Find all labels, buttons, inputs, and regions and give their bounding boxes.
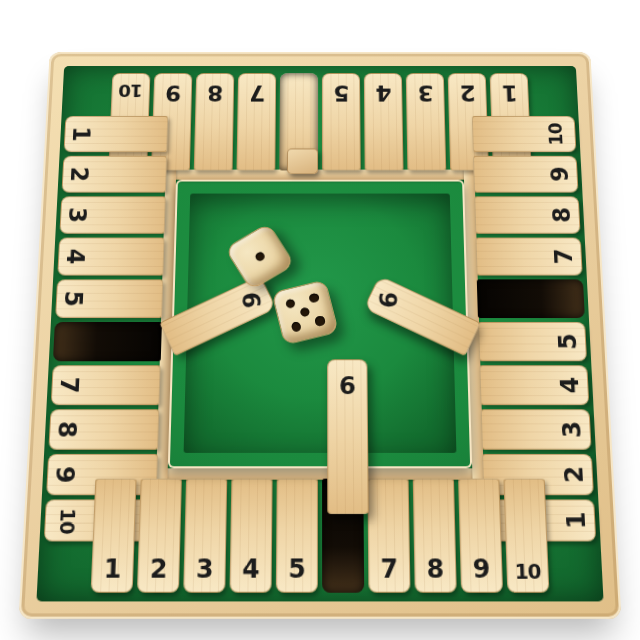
tile-number: 4 [242, 556, 260, 582]
slot-left-6-shut [53, 322, 162, 361]
tile-bottom-3[interactable]: 3 [183, 479, 227, 593]
tile-number: 4 [375, 82, 391, 103]
tile-number: 1 [501, 82, 518, 103]
tile-right-3[interactable]: 3 [481, 409, 592, 450]
tile-number: 8 [551, 207, 575, 223]
tile-number: 9 [549, 166, 573, 181]
tile-number: 1 [103, 556, 121, 582]
tile-top-6-shut-peg [287, 149, 318, 175]
scene: 1098754321 1234578910 1098754321 1234578… [0, 0, 640, 640]
tile-row-top: 1098754321 [108, 73, 531, 170]
tile-number: 5 [556, 333, 581, 349]
tile-number: 7 [380, 556, 398, 582]
tile-number: 2 [67, 166, 91, 181]
tile-number: 8 [207, 82, 223, 103]
tile-left-1[interactable]: 1 [64, 116, 169, 152]
tile-column-left: 1234578910 [44, 116, 168, 542]
tile-number: 2 [562, 466, 588, 483]
tile-top-5[interactable]: 5 [322, 73, 361, 170]
tile-column-right: 1098754321 [472, 116, 596, 542]
tile-number: 10 [119, 82, 143, 99]
die-pip [254, 251, 266, 262]
tile-number: 7 [57, 377, 82, 394]
tile-left-5[interactable]: 5 [55, 279, 163, 318]
tile-left-3[interactable]: 3 [59, 196, 165, 233]
die-pip [314, 316, 325, 327]
tile-bottom-6-flipped: 6 [327, 359, 369, 514]
tile-number: 1 [564, 512, 590, 530]
tile-number: 6 [376, 291, 401, 309]
tile-top-4[interactable]: 4 [364, 73, 404, 170]
tile-right-10[interactable]: 10 [472, 116, 577, 152]
tile-right-9[interactable]: 9 [473, 156, 578, 193]
tile-bottom-7[interactable]: 7 [367, 479, 410, 593]
tile-top-7[interactable]: 7 [236, 73, 276, 170]
tile-number: 9 [472, 556, 490, 582]
tile-bottom-4[interactable]: 4 [229, 479, 272, 593]
tile-right-8[interactable]: 8 [474, 196, 580, 233]
tile-number: 2 [149, 556, 167, 582]
tile-number: 5 [333, 82, 349, 103]
tile-number: 1 [69, 126, 93, 141]
tile-bottom-2[interactable]: 2 [137, 479, 182, 593]
slot-right-6-shut [477, 279, 585, 318]
tile-number: 5 [61, 291, 86, 307]
tile-right-7[interactable]: 7 [475, 238, 582, 276]
tile-number: 10 [56, 508, 77, 534]
tile-number: 6 [339, 374, 356, 398]
tile-left-7[interactable]: 7 [51, 365, 161, 405]
tile-left-8[interactable]: 8 [48, 409, 159, 450]
tile-left-4[interactable]: 4 [57, 238, 164, 276]
tile-number: 5 [288, 556, 306, 582]
tile-bottom-10[interactable]: 10 [503, 479, 549, 593]
tile-number: 4 [63, 249, 87, 265]
tile-row-bottom: 1234578910 [91, 479, 550, 593]
tile-bottom-1[interactable]: 1 [91, 479, 137, 593]
shut-the-box-board: 1098754321 1234578910 1098754321 1234578… [19, 52, 622, 619]
tile-number: 7 [249, 82, 265, 103]
tile-number: 9 [164, 82, 181, 103]
tile-number: 6 [239, 291, 264, 309]
die-pip [309, 292, 320, 303]
tile-number: 3 [417, 82, 433, 103]
tile-number: 8 [426, 556, 444, 582]
tile-number: 3 [65, 207, 89, 223]
die-pip [299, 307, 310, 318]
tile-number: 3 [196, 556, 214, 582]
tile-number: 2 [459, 82, 476, 103]
tile-top-8[interactable]: 8 [194, 73, 235, 170]
tile-number: 8 [54, 421, 79, 438]
tile-number: 3 [560, 421, 585, 438]
tile-bottom-9[interactable]: 9 [458, 479, 503, 593]
tile-right-5[interactable]: 5 [478, 322, 587, 361]
tile-left-2[interactable]: 2 [61, 156, 166, 193]
tile-number: 10 [545, 123, 564, 145]
tile-number: 9 [52, 466, 78, 483]
tile-number: 7 [552, 249, 576, 265]
tile-bottom-5[interactable]: 5 [276, 479, 318, 593]
tile-number: 4 [558, 377, 583, 394]
board-perspective-wrap: 1098754321 1234578910 1098754321 1234578… [19, 52, 622, 619]
die-pip [285, 298, 296, 309]
tile-bottom-8[interactable]: 8 [413, 479, 457, 593]
tile-right-4[interactable]: 4 [479, 365, 589, 405]
tile-number: 10 [514, 562, 540, 582]
die-pip [290, 321, 301, 332]
tile-top-3[interactable]: 3 [406, 73, 447, 170]
